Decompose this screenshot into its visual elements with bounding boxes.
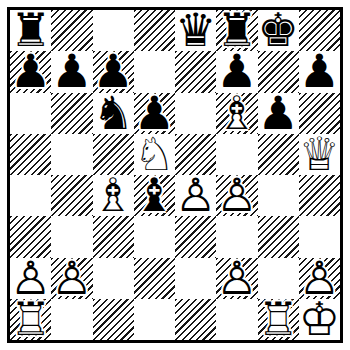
square-e2[interactable] xyxy=(175,258,216,299)
black-knight-silhouette: ♞ xyxy=(93,93,134,134)
black-queen: ♛ xyxy=(175,10,216,51)
white-bishop: ♝♗ xyxy=(216,93,257,134)
square-e6[interactable] xyxy=(175,93,216,134)
square-f2[interactable]: ♟♙ xyxy=(216,258,257,299)
square-a5[interactable] xyxy=(10,134,51,175)
square-b1[interactable] xyxy=(51,299,92,340)
white-pawn-outline: ♙ xyxy=(216,258,257,299)
square-g5[interactable] xyxy=(258,134,299,175)
square-e3[interactable] xyxy=(175,216,216,257)
square-c6[interactable]: ♞ xyxy=(93,93,134,134)
square-a6[interactable] xyxy=(10,93,51,134)
black-pawn: ♟ xyxy=(258,93,299,134)
square-b4[interactable] xyxy=(51,175,92,216)
square-h5[interactable]: ♛♕ xyxy=(299,134,340,175)
black-knight: ♞ xyxy=(93,93,134,134)
square-d4[interactable]: ♝ xyxy=(134,175,175,216)
square-a7[interactable]: ♟ xyxy=(10,51,51,92)
white-queen-outline: ♕ xyxy=(299,134,340,175)
chess-diagram-page: ♜♛♜♚♟♟♟♟♟♞♟♝♗♟♞♘♛♕♝♗♝♟♙♟♙♟♙♟♙♟♙♟♙♜♖♜♖♚♔ xyxy=(0,0,350,350)
white-bishop-outline: ♗ xyxy=(93,175,134,216)
white-pawn: ♟♙ xyxy=(216,175,257,216)
square-g6[interactable]: ♟ xyxy=(258,93,299,134)
black-pawn: ♟ xyxy=(10,51,51,92)
square-b7[interactable]: ♟ xyxy=(51,51,92,92)
square-b2[interactable]: ♟♙ xyxy=(51,258,92,299)
white-bishop-outline: ♗ xyxy=(216,93,257,134)
square-d2[interactable] xyxy=(134,258,175,299)
square-d1[interactable] xyxy=(134,299,175,340)
square-g4[interactable] xyxy=(258,175,299,216)
square-h4[interactable] xyxy=(299,175,340,216)
white-pawn-outline: ♙ xyxy=(175,175,216,216)
square-b5[interactable] xyxy=(51,134,92,175)
square-c4[interactable]: ♝♗ xyxy=(93,175,134,216)
white-pawn-outline: ♙ xyxy=(51,258,92,299)
white-king-outline: ♔ xyxy=(299,299,340,340)
white-rook: ♜♖ xyxy=(10,299,51,340)
square-h7[interactable]: ♟ xyxy=(299,51,340,92)
square-a1[interactable]: ♜♖ xyxy=(10,299,51,340)
square-f6[interactable]: ♝♗ xyxy=(216,93,257,134)
white-bishop: ♝♗ xyxy=(93,175,134,216)
white-rook-outline: ♖ xyxy=(10,299,51,340)
square-g8[interactable]: ♚ xyxy=(258,10,299,51)
chessboard-frame: ♜♛♜♚♟♟♟♟♟♞♟♝♗♟♞♘♛♕♝♗♝♟♙♟♙♟♙♟♙♟♙♟♙♜♖♜♖♚♔ xyxy=(7,7,343,343)
black-bishop-silhouette: ♝ xyxy=(134,175,175,216)
square-e8[interactable]: ♛ xyxy=(175,10,216,51)
square-e1[interactable] xyxy=(175,299,216,340)
square-g1[interactable]: ♜♖ xyxy=(258,299,299,340)
black-bishop: ♝ xyxy=(134,175,175,216)
square-b6[interactable] xyxy=(51,93,92,134)
white-pawn-outline: ♙ xyxy=(216,175,257,216)
chessboard: ♜♛♜♚♟♟♟♟♟♞♟♝♗♟♞♘♛♕♝♗♝♟♙♟♙♟♙♟♙♟♙♟♙♜♖♜♖♚♔ xyxy=(10,10,340,340)
white-pawn: ♟♙ xyxy=(51,258,92,299)
white-queen: ♛♕ xyxy=(299,134,340,175)
black-queen-silhouette: ♛ xyxy=(175,10,216,51)
square-f1[interactable] xyxy=(216,299,257,340)
black-pawn-silhouette: ♟ xyxy=(51,51,92,92)
square-d3[interactable] xyxy=(134,216,175,257)
square-g3[interactable] xyxy=(258,216,299,257)
white-rook: ♜♖ xyxy=(258,299,299,340)
square-d8[interactable] xyxy=(134,10,175,51)
black-pawn-silhouette: ♟ xyxy=(258,93,299,134)
black-king-silhouette: ♚ xyxy=(258,10,299,51)
black-pawn: ♟ xyxy=(51,51,92,92)
white-pawn: ♟♙ xyxy=(216,258,257,299)
square-c1[interactable] xyxy=(93,299,134,340)
square-f4[interactable]: ♟♙ xyxy=(216,175,257,216)
square-a4[interactable] xyxy=(10,175,51,216)
black-pawn-silhouette: ♟ xyxy=(10,51,51,92)
black-pawn: ♟ xyxy=(299,51,340,92)
square-e4[interactable]: ♟♙ xyxy=(175,175,216,216)
white-king: ♚♔ xyxy=(299,299,340,340)
square-c2[interactable] xyxy=(93,258,134,299)
square-h1[interactable]: ♚♔ xyxy=(299,299,340,340)
black-king: ♚ xyxy=(258,10,299,51)
square-e7[interactable] xyxy=(175,51,216,92)
white-rook-outline: ♖ xyxy=(258,299,299,340)
white-pawn: ♟♙ xyxy=(175,175,216,216)
black-pawn-silhouette: ♟ xyxy=(299,51,340,92)
square-c3[interactable] xyxy=(93,216,134,257)
